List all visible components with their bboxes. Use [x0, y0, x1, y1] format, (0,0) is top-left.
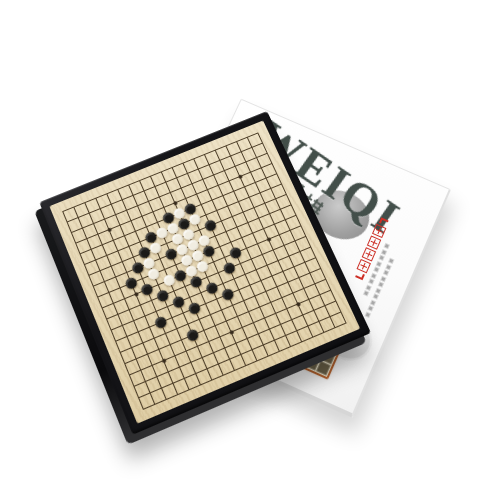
star-point [161, 358, 166, 363]
fine-print-glyph [383, 269, 390, 276]
fine-print-glyph [388, 258, 395, 265]
star-point [237, 174, 242, 179]
fine-print-glyph [383, 243, 390, 250]
fine-print-glyph [363, 290, 370, 297]
fine-print-glyph [380, 275, 387, 282]
fine-print-glyph [370, 299, 377, 306]
star-point [228, 329, 233, 334]
fine-print-glyph [381, 249, 388, 256]
fine-print-glyph [385, 264, 392, 271]
star-point [133, 292, 138, 297]
star-point [172, 200, 177, 205]
fine-print-glyph [368, 278, 375, 285]
product-photo: WEIQI [0, 0, 500, 500]
fine-print-glyph [367, 305, 374, 312]
star-point [295, 301, 300, 306]
fine-print-glyph [373, 266, 380, 273]
fine-print-glyph [378, 255, 385, 262]
fine-print-glyph [365, 284, 372, 291]
star-point [266, 237, 271, 242]
fine-print-glyph [375, 287, 382, 294]
fine-print-glyph [371, 272, 378, 279]
red-label-glyph [355, 271, 365, 280]
fine-print-glyph [372, 293, 379, 300]
fine-print-glyph [365, 311, 372, 318]
star-point [106, 227, 111, 232]
fine-print-glyph [378, 281, 385, 288]
fine-print-glyph [376, 260, 383, 267]
